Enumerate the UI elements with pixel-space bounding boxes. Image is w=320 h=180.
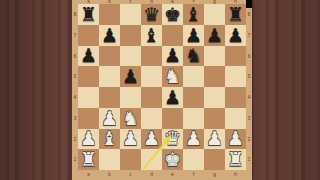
piece-black-bishop[interactable]: ♝ bbox=[141, 25, 162, 46]
square-g5[interactable] bbox=[204, 66, 225, 87]
square-a8[interactable]: ♜ bbox=[78, 4, 99, 25]
piece-black-king[interactable]: ♚ bbox=[162, 4, 183, 25]
piece-black-queen[interactable]: ♛ bbox=[141, 4, 162, 25]
square-a1[interactable]: ♜ bbox=[78, 149, 99, 170]
square-a2[interactable]: ♟ bbox=[78, 129, 99, 150]
piece-white-knight[interactable]: ♞ bbox=[120, 108, 141, 129]
piece-white-bishop[interactable]: ♝ bbox=[99, 129, 120, 150]
piece-black-knight[interactable]: ♞ bbox=[183, 46, 204, 67]
square-c4[interactable] bbox=[120, 87, 141, 108]
rank-label-left-1: 1 bbox=[73, 154, 76, 166]
square-d4[interactable] bbox=[141, 87, 162, 108]
file-label-bottom-a: a bbox=[82, 171, 94, 177]
square-b7[interactable]: ♟ bbox=[99, 25, 120, 46]
square-e1[interactable]: ♚ bbox=[162, 149, 183, 170]
square-f1[interactable] bbox=[183, 149, 204, 170]
square-c1[interactable] bbox=[120, 149, 141, 170]
piece-black-pawn[interactable]: ♟ bbox=[183, 25, 204, 46]
file-label-bottom-h: h bbox=[229, 171, 241, 177]
square-g8[interactable] bbox=[204, 4, 225, 25]
chess-board: ♜♛♚♝♜♟♝♟♟♟♟♟♞♟♞♟♟♞♟♝♟♟♛♟♟♟♜♚♜ 8877665544… bbox=[72, 0, 252, 180]
rank-label-right-8: 8 bbox=[247, 8, 250, 20]
square-f3[interactable] bbox=[183, 108, 204, 129]
piece-black-pawn[interactable]: ♟ bbox=[120, 66, 141, 87]
square-b6[interactable] bbox=[99, 46, 120, 67]
square-g4[interactable] bbox=[204, 87, 225, 108]
square-c2[interactable]: ♟ bbox=[120, 129, 141, 150]
file-label-bottom-d: d bbox=[145, 171, 157, 177]
square-f2[interactable]: ♟ bbox=[183, 129, 204, 150]
square-e7[interactable] bbox=[162, 25, 183, 46]
rank-label-right-5: 5 bbox=[247, 71, 250, 83]
rank-label-left-6: 6 bbox=[73, 50, 76, 62]
square-g3[interactable] bbox=[204, 108, 225, 129]
square-c7[interactable] bbox=[120, 25, 141, 46]
rank-label-left-8: 8 bbox=[73, 8, 76, 20]
square-f7[interactable]: ♟ bbox=[183, 25, 204, 46]
square-c3[interactable]: ♞ bbox=[120, 108, 141, 129]
rank-label-right-3: 3 bbox=[247, 112, 250, 124]
rank-label-left-4: 4 bbox=[73, 91, 76, 103]
square-g6[interactable] bbox=[204, 46, 225, 67]
piece-white-pawn[interactable]: ♟ bbox=[225, 129, 246, 150]
piece-black-rook[interactable]: ♜ bbox=[225, 4, 246, 25]
square-e5[interactable]: ♞ bbox=[162, 66, 183, 87]
square-f8[interactable]: ♝ bbox=[183, 4, 204, 25]
square-e6[interactable]: ♟ bbox=[162, 46, 183, 67]
rank-label-left-7: 7 bbox=[73, 29, 76, 41]
piece-white-pawn[interactable]: ♟ bbox=[204, 129, 225, 150]
square-h6[interactable] bbox=[225, 46, 246, 67]
piece-black-pawn[interactable]: ♟ bbox=[78, 46, 99, 67]
piece-black-rook[interactable]: ♜ bbox=[78, 4, 99, 25]
square-c8[interactable] bbox=[120, 4, 141, 25]
square-c5[interactable]: ♟ bbox=[120, 66, 141, 87]
square-g1[interactable] bbox=[204, 149, 225, 170]
square-b5[interactable] bbox=[99, 66, 120, 87]
square-f5[interactable] bbox=[183, 66, 204, 87]
square-e3[interactable] bbox=[162, 108, 183, 129]
piece-white-pawn[interactable]: ♟ bbox=[183, 129, 204, 150]
square-d2[interactable]: ♟ bbox=[141, 129, 162, 150]
piece-white-pawn[interactable]: ♟ bbox=[141, 129, 162, 150]
square-e2[interactable]: ♛ bbox=[162, 129, 183, 150]
square-g2[interactable]: ♟ bbox=[204, 129, 225, 150]
rank-label-right-4: 4 bbox=[247, 91, 250, 103]
piece-black-pawn[interactable]: ♟ bbox=[162, 87, 183, 108]
file-label-top-b: b bbox=[103, 0, 115, 3]
square-d7[interactable]: ♝ bbox=[141, 25, 162, 46]
rank-label-right-6: 6 bbox=[247, 50, 250, 62]
board-grid: ♜♛♚♝♜♟♝♟♟♟♟♟♞♟♞♟♟♞♟♝♟♟♛♟♟♟♜♚♜ bbox=[78, 4, 246, 170]
piece-white-rook[interactable]: ♜ bbox=[225, 149, 246, 170]
square-h5[interactable] bbox=[225, 66, 246, 87]
piece-white-king[interactable]: ♚ bbox=[162, 149, 183, 170]
square-f4[interactable] bbox=[183, 87, 204, 108]
piece-white-rook[interactable]: ♜ bbox=[78, 149, 99, 170]
square-b2[interactable]: ♝ bbox=[99, 129, 120, 150]
square-h3[interactable] bbox=[225, 108, 246, 129]
square-h1[interactable]: ♜ bbox=[225, 149, 246, 170]
square-a7[interactable] bbox=[78, 25, 99, 46]
file-label-top-c: c bbox=[124, 0, 136, 3]
square-b1[interactable] bbox=[99, 149, 120, 170]
file-label-bottom-b: b bbox=[103, 171, 115, 177]
square-h2[interactable]: ♟ bbox=[225, 129, 246, 150]
square-b4[interactable] bbox=[99, 87, 120, 108]
file-label-bottom-c: c bbox=[124, 171, 136, 177]
rank-label-left-3: 3 bbox=[73, 112, 76, 124]
wood-background: ♜♛♚♝♜♟♝♟♟♟♟♟♞♟♞♟♟♞♟♝♟♟♛♟♟♟♜♚♜ 8877665544… bbox=[0, 0, 320, 180]
square-c6[interactable] bbox=[120, 46, 141, 67]
square-a4[interactable] bbox=[78, 87, 99, 108]
rank-label-left-5: 5 bbox=[73, 71, 76, 83]
square-b8[interactable] bbox=[99, 4, 120, 25]
square-b3[interactable]: ♟ bbox=[99, 108, 120, 129]
square-d3[interactable] bbox=[141, 108, 162, 129]
piece-white-pawn[interactable]: ♟ bbox=[78, 129, 99, 150]
square-d6[interactable] bbox=[141, 46, 162, 67]
file-label-bottom-g: g bbox=[208, 171, 220, 177]
rank-label-right-2: 2 bbox=[247, 133, 250, 145]
square-h7[interactable]: ♟ bbox=[225, 25, 246, 46]
square-f6[interactable]: ♞ bbox=[183, 46, 204, 67]
piece-black-bishop[interactable]: ♝ bbox=[183, 4, 204, 25]
square-a6[interactable]: ♟ bbox=[78, 46, 99, 67]
rank-label-right-1: 1 bbox=[247, 154, 250, 166]
piece-black-pawn[interactable]: ♟ bbox=[204, 25, 225, 46]
square-d5[interactable] bbox=[141, 66, 162, 87]
square-d8[interactable]: ♛ bbox=[141, 4, 162, 25]
piece-black-pawn[interactable]: ♟ bbox=[99, 25, 120, 46]
piece-white-pawn[interactable]: ♟ bbox=[99, 108, 120, 129]
square-g7[interactable]: ♟ bbox=[204, 25, 225, 46]
square-a3[interactable] bbox=[78, 108, 99, 129]
square-e4[interactable]: ♟ bbox=[162, 87, 183, 108]
file-label-bottom-e: e bbox=[166, 171, 178, 177]
square-e8[interactable]: ♚ bbox=[162, 4, 183, 25]
piece-white-pawn[interactable]: ♟ bbox=[120, 129, 141, 150]
rank-label-left-2: 2 bbox=[73, 133, 76, 145]
piece-white-queen[interactable]: ♛ bbox=[162, 129, 183, 150]
square-a5[interactable] bbox=[78, 66, 99, 87]
corner-marker bbox=[246, 0, 252, 8]
square-d1[interactable] bbox=[141, 149, 162, 170]
piece-white-knight[interactable]: ♞ bbox=[162, 66, 183, 87]
square-h4[interactable] bbox=[225, 87, 246, 108]
file-label-top-g: g bbox=[208, 0, 220, 3]
piece-black-pawn[interactable]: ♟ bbox=[225, 25, 246, 46]
piece-black-pawn[interactable]: ♟ bbox=[162, 46, 183, 67]
file-label-bottom-f: f bbox=[187, 171, 199, 177]
square-h8[interactable]: ♜ bbox=[225, 4, 246, 25]
rank-label-right-7: 7 bbox=[247, 29, 250, 41]
